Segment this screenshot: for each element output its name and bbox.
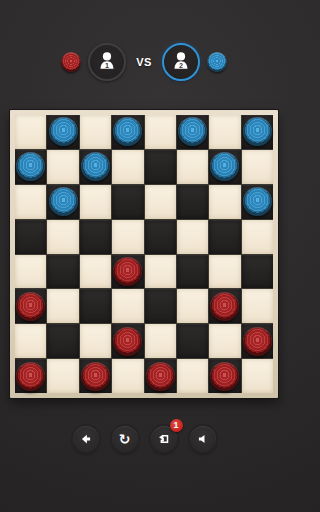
square-r5c5[interactable] [177, 289, 208, 323]
sound-button[interactable] [190, 426, 216, 452]
player2-avatar: 2 [162, 43, 200, 81]
square-r6c3[interactable] [112, 324, 143, 358]
player2-number: 2 [179, 61, 183, 70]
square-r6c0[interactable] [15, 324, 46, 358]
square-r0c3[interactable] [112, 115, 143, 149]
red-piece[interactable] [113, 257, 142, 286]
square-r3c7[interactable] [242, 220, 273, 254]
square-r1c3[interactable] [112, 150, 143, 184]
red-piece[interactable] [113, 327, 142, 356]
square-r6c4[interactable] [145, 324, 176, 358]
vs-label: VS [133, 56, 155, 68]
square-r4c7[interactable] [242, 255, 273, 289]
blue-piece[interactable] [113, 117, 142, 146]
square-r3c4[interactable] [145, 220, 176, 254]
player1-avatar: 1 [88, 43, 126, 81]
blue-piece[interactable] [81, 152, 110, 181]
square-r3c5[interactable] [177, 220, 208, 254]
red-piece[interactable] [81, 362, 110, 391]
square-r4c4[interactable] [145, 255, 176, 289]
square-r2c1[interactable] [47, 185, 78, 219]
square-r7c1[interactable] [47, 359, 78, 393]
square-r0c4[interactable] [145, 115, 176, 149]
square-r1c5[interactable] [177, 150, 208, 184]
square-r6c1[interactable] [47, 324, 78, 358]
square-r3c1[interactable] [47, 220, 78, 254]
square-r1c2[interactable] [80, 150, 111, 184]
bottom-toolbar: ↻ 1 [0, 426, 288, 452]
undo-button[interactable]: 1 [151, 426, 177, 452]
square-r5c1[interactable] [47, 289, 78, 323]
player1-checker-icon [61, 52, 81, 72]
red-piece[interactable] [16, 292, 45, 321]
undo-count-badge: 1 [170, 419, 183, 432]
restart-button[interactable]: ↻ [112, 426, 138, 452]
blue-piece[interactable] [243, 117, 272, 146]
square-r2c2[interactable] [80, 185, 111, 219]
blue-piece[interactable] [178, 117, 207, 146]
square-r4c3[interactable] [112, 255, 143, 289]
red-piece[interactable] [16, 362, 45, 391]
square-r5c0[interactable] [15, 289, 46, 323]
square-r3c3[interactable] [112, 220, 143, 254]
square-r0c5[interactable] [177, 115, 208, 149]
square-r7c6[interactable] [209, 359, 240, 393]
restart-icon: ↻ [119, 432, 131, 446]
player2-checker-icon [207, 52, 227, 72]
square-r5c6[interactable] [209, 289, 240, 323]
red-piece[interactable] [210, 362, 239, 391]
square-r5c7[interactable] [242, 289, 273, 323]
square-r3c2[interactable] [80, 220, 111, 254]
square-r4c5[interactable] [177, 255, 208, 289]
blue-piece[interactable] [210, 152, 239, 181]
square-r2c5[interactable] [177, 185, 208, 219]
square-r0c6[interactable] [209, 115, 240, 149]
square-r4c1[interactable] [47, 255, 78, 289]
speaker-icon [196, 432, 210, 446]
red-piece[interactable] [243, 327, 272, 356]
square-r2c3[interactable] [112, 185, 143, 219]
square-r6c6[interactable] [209, 324, 240, 358]
square-r4c2[interactable] [80, 255, 111, 289]
back-button[interactable] [73, 426, 99, 452]
square-r0c2[interactable] [80, 115, 111, 149]
square-r0c0[interactable] [15, 115, 46, 149]
back-arrow-icon [79, 432, 93, 446]
square-r5c3[interactable] [112, 289, 143, 323]
square-r4c0[interactable] [15, 255, 46, 289]
person-icon: 1 [95, 50, 119, 74]
square-r1c6[interactable] [209, 150, 240, 184]
checkers-board [10, 110, 278, 398]
square-r2c0[interactable] [15, 185, 46, 219]
square-r1c4[interactable] [145, 150, 176, 184]
blue-piece[interactable] [49, 117, 78, 146]
square-r2c7[interactable] [242, 185, 273, 219]
square-r5c2[interactable] [80, 289, 111, 323]
square-r3c6[interactable] [209, 220, 240, 254]
player-bar: 1 VS 2 [0, 42, 288, 82]
red-piece[interactable] [210, 292, 239, 321]
square-r1c1[interactable] [47, 150, 78, 184]
square-r7c4[interactable] [145, 359, 176, 393]
square-r0c7[interactable] [242, 115, 273, 149]
red-piece[interactable] [146, 362, 175, 391]
square-r7c5[interactable] [177, 359, 208, 393]
square-r2c6[interactable] [209, 185, 240, 219]
square-r2c4[interactable] [145, 185, 176, 219]
square-r5c4[interactable] [145, 289, 176, 323]
undo-icon [157, 432, 171, 446]
blue-piece[interactable] [16, 152, 45, 181]
square-r6c7[interactable] [242, 324, 273, 358]
square-r6c2[interactable] [80, 324, 111, 358]
square-r1c7[interactable] [242, 150, 273, 184]
square-r7c3[interactable] [112, 359, 143, 393]
blue-piece[interactable] [243, 187, 272, 216]
person-icon: 2 [169, 50, 193, 74]
square-r3c0[interactable] [15, 220, 46, 254]
board-grid [15, 115, 273, 393]
square-r4c6[interactable] [209, 255, 240, 289]
square-r0c1[interactable] [47, 115, 78, 149]
square-r7c7[interactable] [242, 359, 273, 393]
player1-number: 1 [105, 61, 109, 70]
square-r7c2[interactable] [80, 359, 111, 393]
square-r1c0[interactable] [15, 150, 46, 184]
blue-piece[interactable] [49, 187, 78, 216]
square-r6c5[interactable] [177, 324, 208, 358]
square-r7c0[interactable] [15, 359, 46, 393]
